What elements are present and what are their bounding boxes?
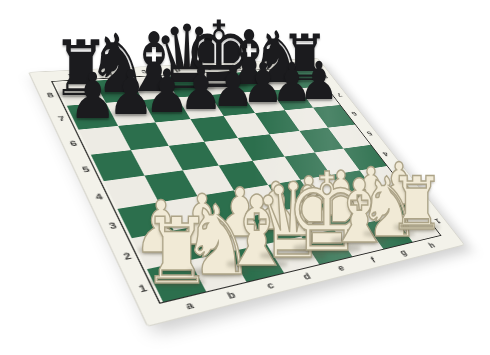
piece-black-pawn-h7[interactable]: ♟ bbox=[299, 54, 339, 106]
pieces-layer: ♜♞♝♛♚♝♞♜♟♟♟♟♟♟♟♟♟♟♟♟♟♟♟♟♜♞♝♛♚♝♞♜ bbox=[0, 0, 490, 355]
chess-set-photo: aabbccddeeffgghh8877665544332211 ♜♞♝♛♚♝♞… bbox=[0, 0, 490, 355]
piece-white-rook-h1[interactable]: ♜ bbox=[389, 167, 445, 240]
